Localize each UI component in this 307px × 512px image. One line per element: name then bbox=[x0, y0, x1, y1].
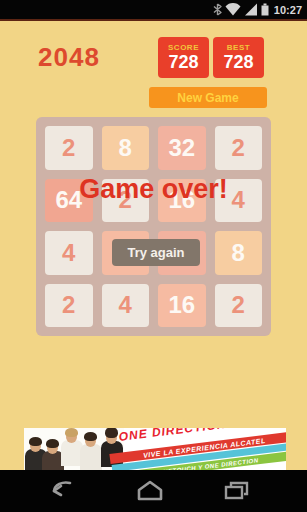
app-title: 2048 bbox=[38, 42, 100, 73]
battery-icon bbox=[261, 3, 269, 16]
try-again-button[interactable]: Try again bbox=[112, 239, 200, 266]
status-bar: 10:27 bbox=[0, 0, 307, 21]
navigation-bar bbox=[0, 470, 307, 512]
ad-person bbox=[80, 435, 102, 470]
score-value: 728 bbox=[168, 53, 198, 72]
ad-band-photo bbox=[24, 428, 124, 472]
back-button[interactable] bbox=[48, 479, 76, 506]
back-icon bbox=[48, 479, 76, 503]
score-box: SCORE 728 bbox=[158, 37, 209, 78]
best-box: BEST 728 bbox=[213, 37, 264, 78]
phone-screen: 10:27 2048 SCORE 728 BEST 728 New Game 2… bbox=[0, 0, 307, 512]
game-over-overlay: Game over! Try again bbox=[36, 117, 271, 336]
recents-icon bbox=[222, 479, 250, 503]
home-button[interactable] bbox=[134, 479, 166, 506]
bluetooth-icon bbox=[213, 3, 222, 16]
home-icon bbox=[134, 479, 166, 503]
game-board: 2832264216441632824162 Game over! Try ag… bbox=[36, 117, 271, 336]
signal-icon bbox=[244, 3, 258, 16]
status-bar-clock: 10:27 bbox=[274, 4, 302, 16]
game-over-message: Game over! bbox=[36, 174, 271, 205]
new-game-button[interactable]: New Game bbox=[149, 87, 267, 108]
wifi-icon bbox=[225, 3, 241, 16]
best-value: 728 bbox=[223, 53, 253, 72]
ad-banner[interactable]: ONE DIRECTION VIVE LA EXPERIENCIA ALCATE… bbox=[24, 428, 286, 472]
recents-button[interactable] bbox=[222, 479, 250, 506]
